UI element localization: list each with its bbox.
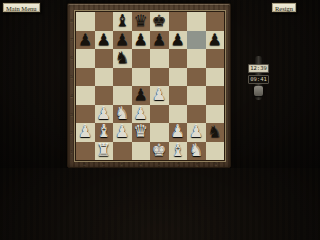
square-d4[interactable]: ♟ — [132, 86, 151, 105]
game-screen: { "game": "chess", "position": "2bqk3/pp… — [0, 0, 300, 168]
rank-label-6: 6 — [68, 49, 75, 68]
square-c2[interactable]: ♟ — [113, 123, 132, 142]
square-d2[interactable]: ♛ — [132, 123, 151, 142]
square-e8[interactable]: ♚ — [150, 12, 169, 31]
piece-black-pawn[interactable]: ♟ — [208, 30, 222, 48]
square-c6[interactable]: ♞ — [113, 49, 132, 68]
square-e7[interactable]: ♟ — [150, 31, 169, 50]
square-b2[interactable]: ♝ — [95, 123, 114, 142]
square-e5[interactable] — [150, 68, 169, 87]
square-h4[interactable] — [206, 86, 225, 105]
square-f3[interactable] — [169, 105, 188, 124]
piece-white-pawn[interactable]: ♟ — [115, 123, 129, 141]
piece-white-pawn[interactable]: ♟ — [97, 104, 111, 122]
square-c4[interactable] — [113, 86, 132, 105]
square-h6[interactable] — [206, 49, 225, 68]
square-f7[interactable]: ♟ — [169, 31, 188, 50]
square-e4[interactable]: ♟ — [150, 86, 169, 105]
piece-black-queen[interactable]: ♛ — [134, 12, 148, 30]
piece-black-pawn[interactable]: ♟ — [152, 30, 166, 48]
square-g4[interactable] — [187, 86, 206, 105]
square-b7[interactable]: ♟ — [95, 31, 114, 50]
resign-button[interactable]: Resign — [271, 2, 297, 13]
square-d3[interactable]: ♟ — [132, 105, 151, 124]
piece-white-pawn[interactable]: ♟ — [134, 104, 148, 122]
rank-label-2: 2 — [68, 124, 75, 143]
board-grid: ♝♛♚♟♟♟♟♟♟♟♞♟♟♟♞♟♟♝♟♛♟♟♞♜♚♝♞ — [75, 11, 225, 161]
piece-white-bishop[interactable]: ♝ — [97, 123, 111, 141]
piece-white-king[interactable]: ♚ — [152, 141, 166, 159]
square-a1[interactable] — [76, 142, 95, 161]
square-g6[interactable] — [187, 49, 206, 68]
square-c1[interactable] — [113, 142, 132, 161]
square-f1[interactable]: ♝ — [169, 142, 188, 161]
piece-black-bishop[interactable]: ♝ — [115, 12, 129, 30]
rank-label-4: 4 — [68, 86, 75, 105]
square-h7[interactable]: ♟ — [206, 31, 225, 50]
square-h8[interactable] — [206, 12, 225, 31]
piece-white-pawn[interactable]: ♟ — [189, 123, 203, 141]
rank-label-1: 1 — [68, 142, 75, 161]
piece-white-rook[interactable]: ♜ — [97, 141, 111, 159]
square-f6[interactable] — [169, 49, 188, 68]
chess-clock: 12:39 09:41 — [248, 56, 269, 100]
square-g7[interactable] — [187, 31, 206, 50]
square-e6[interactable] — [150, 49, 169, 68]
square-a8[interactable] — [76, 12, 95, 31]
square-a4[interactable] — [76, 86, 95, 105]
square-d7[interactable]: ♟ — [132, 31, 151, 50]
clock-time-black: 09:41 — [248, 75, 269, 84]
square-d6[interactable] — [132, 49, 151, 68]
square-h2[interactable]: ♞ — [206, 123, 225, 142]
rank-label-7: 7 — [68, 30, 75, 49]
square-e3[interactable] — [150, 105, 169, 124]
square-h3[interactable] — [206, 105, 225, 124]
piece-white-knight[interactable]: ♞ — [189, 141, 203, 159]
piece-black-pawn[interactable]: ♟ — [134, 30, 148, 48]
piece-white-bishop[interactable]: ♝ — [171, 141, 185, 159]
piece-black-pawn[interactable]: ♟ — [171, 30, 185, 48]
square-d8[interactable]: ♛ — [132, 12, 151, 31]
square-g1[interactable]: ♞ — [187, 142, 206, 161]
piece-white-queen[interactable]: ♛ — [134, 123, 148, 141]
clock-base — [254, 86, 263, 96]
square-b5[interactable] — [95, 68, 114, 87]
square-d5[interactable] — [132, 68, 151, 87]
rank-label-3: 3 — [68, 105, 75, 124]
square-a7[interactable]: ♟ — [76, 31, 95, 50]
square-g5[interactable] — [187, 68, 206, 87]
piece-black-pawn[interactable]: ♟ — [115, 30, 129, 48]
rank-label-8: 8 — [68, 11, 75, 30]
chess-board: 87654321 abcdefgh ♝♛♚♟♟♟♟♟♟♟♞♟♟♟♞♟♟♝♟♛♟♟… — [67, 3, 231, 168]
square-f5[interactable] — [169, 68, 188, 87]
piece-black-knight[interactable]: ♞ — [208, 123, 222, 141]
square-g2[interactable]: ♟ — [187, 123, 206, 142]
square-c5[interactable] — [113, 68, 132, 87]
square-e1[interactable]: ♚ — [150, 142, 169, 161]
square-a2[interactable]: ♟ — [76, 123, 95, 142]
square-d1[interactable] — [132, 142, 151, 161]
square-h5[interactable] — [206, 68, 225, 87]
square-f2[interactable]: ♟ — [169, 123, 188, 142]
square-a6[interactable] — [76, 49, 95, 68]
piece-black-pawn[interactable]: ♟ — [134, 86, 148, 104]
square-b4[interactable] — [95, 86, 114, 105]
piece-black-pawn[interactable]: ♟ — [78, 30, 92, 48]
square-g8[interactable] — [187, 12, 206, 31]
square-e2[interactable] — [150, 123, 169, 142]
square-c7[interactable]: ♟ — [113, 31, 132, 50]
square-a5[interactable] — [76, 68, 95, 87]
piece-white-pawn[interactable]: ♟ — [78, 123, 92, 141]
main-menu-button[interactable]: Main Menu — [2, 2, 41, 13]
rank-labels: 87654321 — [68, 11, 75, 161]
square-c3[interactable]: ♞ — [113, 105, 132, 124]
piece-black-king[interactable]: ♚ — [152, 12, 166, 30]
square-b1[interactable]: ♜ — [95, 142, 114, 161]
piece-white-knight[interactable]: ♞ — [115, 104, 129, 122]
piece-black-knight[interactable]: ♞ — [115, 49, 129, 67]
square-b3[interactable]: ♟ — [95, 105, 114, 124]
square-g3[interactable] — [187, 105, 206, 124]
piece-white-pawn[interactable]: ♟ — [152, 86, 166, 104]
square-a3[interactable] — [76, 105, 95, 124]
piece-white-pawn[interactable]: ♟ — [171, 123, 185, 141]
square-b6[interactable] — [95, 49, 114, 68]
piece-black-pawn[interactable]: ♟ — [97, 30, 111, 48]
square-c8[interactable]: ♝ — [113, 12, 132, 31]
square-h1[interactable] — [206, 142, 225, 161]
square-b8[interactable] — [95, 12, 114, 31]
square-f4[interactable] — [169, 86, 188, 105]
clock-time-white: 12:39 — [248, 64, 269, 73]
rank-label-5: 5 — [68, 67, 75, 86]
square-f8[interactable] — [169, 12, 188, 31]
